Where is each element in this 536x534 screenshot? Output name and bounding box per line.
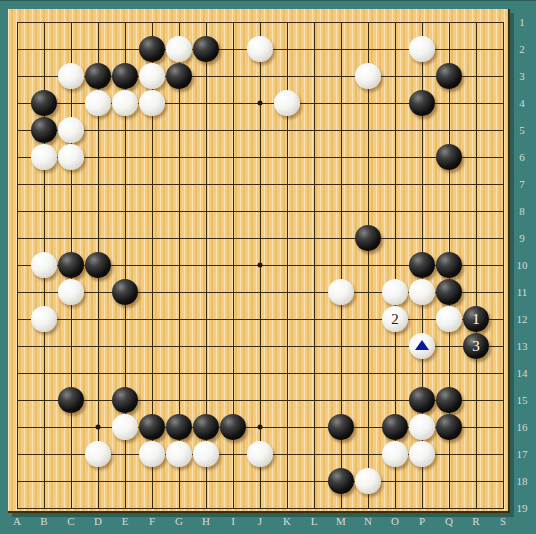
grid-line-vertical [476,22,477,509]
go-game-viewer: 213 ABCDEFGHIJKLMNOPQRS 1234567891011121… [0,0,536,534]
grid-line-vertical [503,22,504,509]
row-label-2: 2 [519,43,525,55]
stone-white-J2 [247,36,273,62]
stone-white-O17 [382,441,408,467]
grid-line-vertical [314,22,315,509]
move-number-2: 2 [391,312,399,327]
stone-black-H16 [193,414,219,440]
stone-white-O11 [382,279,408,305]
column-label-F: F [149,515,155,527]
row-label-4: 4 [519,97,525,109]
row-label-12: 12 [517,313,528,325]
stone-white-P13 [409,333,435,359]
stone-white-B10 [31,252,57,278]
stone-white-F17 [139,441,165,467]
star-point [258,101,263,106]
stone-black-Q3 [436,63,462,89]
row-label-13: 13 [517,340,528,352]
row-label-11: 11 [517,286,528,298]
move-number-3: 3 [472,339,480,354]
stone-white-E4 [112,90,138,116]
column-label-P: P [419,515,425,527]
column-label-D: D [94,515,102,527]
stone-white-N3 [355,63,381,89]
stone-white-M11 [328,279,354,305]
stone-white-F4 [139,90,165,116]
stone-white-C3 [58,63,84,89]
stone-white-P16 [409,414,435,440]
grid-line-horizontal [17,508,504,509]
column-label-J: J [258,515,262,527]
row-label-3: 3 [519,70,525,82]
stone-black-Q15 [436,387,462,413]
row-label-5: 5 [519,124,525,136]
stone-white-K4 [274,90,300,116]
column-label-O: O [391,515,399,527]
stone-white-O12: 2 [382,306,408,332]
stone-black-C15 [58,387,84,413]
column-label-C: C [67,515,74,527]
stone-black-R13: 3 [463,333,489,359]
stone-white-F3 [139,63,165,89]
stone-white-P11 [409,279,435,305]
stone-black-P4 [409,90,435,116]
move-number-1: 1 [472,312,480,327]
stone-black-G3 [166,63,192,89]
stone-white-H17 [193,441,219,467]
column-label-G: G [175,515,183,527]
column-label-L: L [311,515,318,527]
stone-black-B4 [31,90,57,116]
stone-black-Q10 [436,252,462,278]
grid-line-horizontal [17,373,504,374]
row-label-15: 15 [517,394,528,406]
stone-black-D10 [85,252,111,278]
stone-white-B12 [31,306,57,332]
column-label-A: A [13,515,21,527]
stone-black-H2 [193,36,219,62]
stone-black-Q16 [436,414,462,440]
star-point [258,425,263,430]
stone-black-G16 [166,414,192,440]
column-label-R: R [472,515,479,527]
stone-black-E11 [112,279,138,305]
stone-white-C5 [58,117,84,143]
stone-black-M16 [328,414,354,440]
stone-white-N18 [355,468,381,494]
row-label-16: 16 [517,421,528,433]
stone-white-C11 [58,279,84,305]
row-label-18: 18 [517,475,528,487]
stone-white-B6 [31,144,57,170]
stone-black-C10 [58,252,84,278]
grid-line-horizontal [17,481,504,482]
stone-black-M18 [328,468,354,494]
stone-white-E16 [112,414,138,440]
stone-black-D3 [85,63,111,89]
stone-black-N9 [355,225,381,251]
stone-white-D17 [85,441,111,467]
stone-black-E15 [112,387,138,413]
stone-black-I16 [220,414,246,440]
stone-black-R12: 1 [463,306,489,332]
row-label-19: 19 [517,502,528,514]
column-label-M: M [336,515,346,527]
star-point [96,425,101,430]
stone-white-C6 [58,144,84,170]
column-label-S: S [500,515,506,527]
stone-black-P10 [409,252,435,278]
row-label-6: 6 [519,151,525,163]
row-label-14: 14 [517,367,528,379]
stone-white-P17 [409,441,435,467]
column-label-K: K [283,515,291,527]
row-label-10: 10 [517,259,528,271]
column-label-B: B [40,515,47,527]
stone-black-F2 [139,36,165,62]
stone-black-Q6 [436,144,462,170]
grid-line-horizontal [17,319,504,320]
grid-line-vertical [368,22,369,509]
column-label-N: N [364,515,372,527]
stone-white-G2 [166,36,192,62]
stone-white-D4 [85,90,111,116]
stone-black-P15 [409,387,435,413]
column-label-Q: Q [445,515,453,527]
stone-white-P2 [409,36,435,62]
stone-black-B5 [31,117,57,143]
row-label-8: 8 [519,205,525,217]
row-label-7: 7 [519,178,525,190]
stone-black-F16 [139,414,165,440]
row-label-17: 17 [517,448,528,460]
row-label-1: 1 [519,16,525,28]
stone-white-Q12 [436,306,462,332]
stone-black-Q11 [436,279,462,305]
stone-white-G17 [166,441,192,467]
column-label-H: H [202,515,210,527]
go-board[interactable]: 213 [8,9,510,513]
triangle-marker-icon [415,340,429,350]
stone-black-O16 [382,414,408,440]
row-label-9: 9 [519,232,525,244]
stone-black-E3 [112,63,138,89]
stone-white-J17 [247,441,273,467]
column-label-E: E [122,515,129,527]
column-label-I: I [231,515,235,527]
star-point [258,263,263,268]
